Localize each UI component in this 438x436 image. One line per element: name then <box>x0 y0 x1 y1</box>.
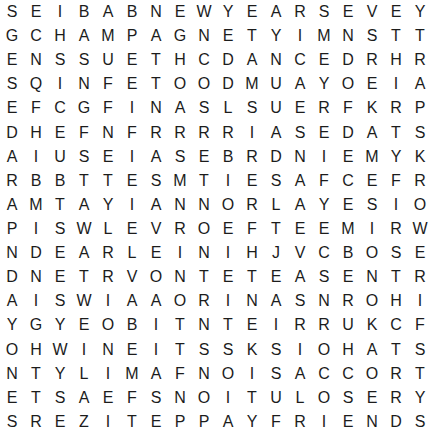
grid-cell: S <box>168 145 192 169</box>
grid-cell: G <box>24 313 48 337</box>
grid-cell: A <box>0 289 24 313</box>
grid-cell: F <box>240 217 264 241</box>
grid-cell: T <box>72 169 96 193</box>
grid-cell: U <box>264 72 288 96</box>
grid-cell: C <box>24 24 48 48</box>
grid-cell: O <box>408 193 432 217</box>
grid-cell: I <box>96 410 120 434</box>
grid-cell: Y <box>384 145 408 169</box>
grid-cell: D <box>264 145 288 169</box>
grid-cell: S <box>48 386 72 410</box>
grid-cell: C <box>336 362 360 386</box>
grid-cell: A <box>168 96 192 120</box>
grid-cell: D <box>384 410 408 434</box>
grid-cell: N <box>168 193 192 217</box>
grid-cell: R <box>288 0 312 24</box>
grid-cell: O <box>360 289 384 313</box>
grid-cell: R <box>168 121 192 145</box>
grid-cell: A <box>0 145 24 169</box>
grid-cell: A <box>288 265 312 289</box>
grid-cell: S <box>312 0 336 24</box>
grid-cell: I <box>96 289 120 313</box>
grid-cell: I <box>384 72 408 96</box>
grid-cell: S <box>360 193 384 217</box>
grid-cell: R <box>216 121 240 145</box>
grid-cell: O <box>144 265 168 289</box>
grid-cell: F <box>120 386 144 410</box>
grid-cell: R <box>144 121 168 145</box>
grid-cell: S <box>144 169 168 193</box>
grid-cell: A <box>240 48 264 72</box>
grid-cell: D <box>216 48 240 72</box>
grid-cell: M <box>312 24 336 48</box>
grid-cell: E <box>120 169 144 193</box>
grid-cell: N <box>24 48 48 72</box>
grid-cell: N <box>312 289 336 313</box>
grid-cell: N <box>192 313 216 337</box>
grid-cell: S <box>72 145 96 169</box>
grid-cell: R <box>24 410 48 434</box>
grid-cell: T <box>408 24 432 48</box>
grid-cell: A <box>288 362 312 386</box>
grid-cell: Q <box>24 72 48 96</box>
grid-cell: H <box>24 121 48 145</box>
grid-cell: R <box>96 241 120 265</box>
grid-cell: A <box>144 145 168 169</box>
grid-cell: S <box>336 386 360 410</box>
grid-cell: E <box>360 72 384 96</box>
grid-cell: E <box>0 96 24 120</box>
grid-cell: A <box>216 410 240 434</box>
grid-cell: A <box>264 121 288 145</box>
grid-cell: S <box>216 338 240 362</box>
grid-cell: E <box>120 72 144 96</box>
grid-cell: U <box>336 313 360 337</box>
grid-cell: W <box>408 217 432 241</box>
grid-cell: D <box>0 121 24 145</box>
grid-cell: O <box>0 338 24 362</box>
grid-cell: T <box>24 362 48 386</box>
grid-cell: E <box>312 121 336 145</box>
grid-cell: S <box>264 169 288 193</box>
grid-cell: I <box>144 338 168 362</box>
grid-cell: Y <box>408 0 432 24</box>
grid-cell: I <box>240 121 264 145</box>
grid-cell: N <box>336 24 360 48</box>
grid-cell: N <box>144 0 168 24</box>
grid-cell: E <box>240 169 264 193</box>
grid-cell: W <box>72 217 96 241</box>
grid-cell: N <box>192 241 216 265</box>
grid-cell: T <box>120 410 144 434</box>
grid-cell: H <box>168 48 192 72</box>
grid-cell: A <box>72 24 96 48</box>
grid-cell: T <box>168 338 192 362</box>
grid-cell: S <box>312 265 336 289</box>
grid-cell: R <box>0 169 24 193</box>
grid-cell: M <box>360 145 384 169</box>
grid-cell: E <box>312 48 336 72</box>
grid-cell: K <box>240 338 264 362</box>
grid-cell: R <box>288 410 312 434</box>
grid-cell: Y <box>312 72 336 96</box>
grid-cell: N <box>0 241 24 265</box>
grid-cell: T <box>384 338 408 362</box>
grid-cell: A <box>0 193 24 217</box>
grid-cell: D <box>216 72 240 96</box>
grid-cell: N <box>240 289 264 313</box>
grid-cell: N <box>96 338 120 362</box>
grid-cell: E <box>336 265 360 289</box>
grid-cell: F <box>96 72 120 96</box>
grid-cell: F <box>72 121 96 145</box>
grid-cell: M <box>168 169 192 193</box>
grid-cell: H <box>384 289 408 313</box>
grid-cell: K <box>360 313 384 337</box>
grid-cell: I <box>216 169 240 193</box>
grid-cell: N <box>288 145 312 169</box>
grid-cell: T <box>192 169 216 193</box>
grid-cell: V <box>120 265 144 289</box>
grid-cell: A <box>360 338 384 362</box>
grid-cell: T <box>96 169 120 193</box>
grid-cell: S <box>408 338 432 362</box>
grid-cell: E <box>264 265 288 289</box>
grid-cell: W <box>72 289 96 313</box>
grid-cell: S <box>192 338 216 362</box>
grid-cell: U <box>96 48 120 72</box>
grid-cell: N <box>96 121 120 145</box>
grid-cell: O <box>216 362 240 386</box>
grid-cell: O <box>192 217 216 241</box>
grid-cell: F <box>336 96 360 120</box>
grid-cell: R <box>408 265 432 289</box>
grid-cell: E <box>336 410 360 434</box>
grid-cell: S <box>240 96 264 120</box>
grid-cell: I <box>264 313 288 337</box>
grid-cell: Y <box>216 0 240 24</box>
grid-cell: F <box>264 410 288 434</box>
grid-cell: E <box>216 217 240 241</box>
grid-cell: N <box>72 72 96 96</box>
grid-cell: P <box>192 410 216 434</box>
grid-cell: K <box>408 145 432 169</box>
grid-cell: S <box>0 72 24 96</box>
grid-cell: O <box>168 72 192 96</box>
grid-cell: A <box>144 24 168 48</box>
grid-cell: A <box>408 72 432 96</box>
grid-cell: A <box>96 0 120 24</box>
grid-cell: A <box>120 289 144 313</box>
grid-cell: I <box>312 410 336 434</box>
grid-cell: N <box>144 96 168 120</box>
grid-cell: O <box>96 313 120 337</box>
grid-cell: L <box>120 241 144 265</box>
grid-cell: F <box>384 169 408 193</box>
grid-cell: I <box>48 72 72 96</box>
grid-cell: B <box>336 241 360 265</box>
grid-cell: E <box>144 410 168 434</box>
grid-cell: N <box>360 410 384 434</box>
grid-cell: I <box>384 193 408 217</box>
grid-cell: E <box>24 0 48 24</box>
grid-cell: A <box>72 193 96 217</box>
grid-cell: E <box>288 96 312 120</box>
grid-cell: R <box>240 145 264 169</box>
grid-cell: R <box>288 313 312 337</box>
grid-cell: E <box>96 386 120 410</box>
grid-cell: I <box>120 193 144 217</box>
grid-cell: R <box>192 121 216 145</box>
grid-cell: S <box>144 386 168 410</box>
grid-cell: F <box>168 362 192 386</box>
grid-cell: D <box>0 265 24 289</box>
grid-cell: T <box>192 265 216 289</box>
grid-cell: N <box>192 362 216 386</box>
grid-cell: H <box>240 241 264 265</box>
grid-cell: A <box>144 193 168 217</box>
grid-cell: L <box>96 217 120 241</box>
grid-cell: A <box>264 0 288 24</box>
grid-cell: R <box>168 217 192 241</box>
grid-cell: G <box>0 24 24 48</box>
grid-cell: E <box>336 193 360 217</box>
grid-cell: Y <box>264 24 288 48</box>
grid-cell: E <box>384 0 408 24</box>
grid-cell: T <box>240 265 264 289</box>
grid-cell: B <box>72 0 96 24</box>
grid-cell: R <box>336 289 360 313</box>
grid-cell: E <box>336 145 360 169</box>
grid-cell: W <box>192 0 216 24</box>
grid-cell: I <box>240 362 264 386</box>
grid-cell: I <box>24 217 48 241</box>
grid-cell: E <box>48 241 72 265</box>
grid-cell: E <box>408 241 432 265</box>
grid-cell: S <box>0 410 24 434</box>
grid-cell: F <box>312 169 336 193</box>
grid-cell: A <box>360 121 384 145</box>
grid-cell: E <box>0 48 24 72</box>
grid-cell: R <box>312 96 336 120</box>
grid-cell: M <box>336 217 360 241</box>
grid-cell: R <box>240 193 264 217</box>
grid-cell: N <box>168 265 192 289</box>
grid-cell: P <box>168 410 192 434</box>
grid-cell: C <box>312 241 336 265</box>
grid-cell: O <box>312 386 336 410</box>
grid-cell: M <box>120 362 144 386</box>
grid-cell: V <box>288 241 312 265</box>
grid-cell: O <box>192 72 216 96</box>
grid-cell: R <box>408 169 432 193</box>
grid-cell: A <box>72 241 96 265</box>
grid-cell: Y <box>0 313 24 337</box>
grid-cell: W <box>48 338 72 362</box>
grid-cell: C <box>48 96 72 120</box>
grid-cell: M <box>240 72 264 96</box>
grid-cell: R <box>312 313 336 337</box>
grid-cell: N <box>192 24 216 48</box>
grid-cell: O <box>360 241 384 265</box>
grid-cell: I <box>312 145 336 169</box>
grid-cell: U <box>264 96 288 120</box>
grid-cell: I <box>48 0 72 24</box>
grid-cell: I <box>360 217 384 241</box>
grid-cell: E <box>120 338 144 362</box>
grid-cell: Y <box>312 193 336 217</box>
grid-cell: S <box>48 217 72 241</box>
grid-cell: T <box>216 313 240 337</box>
grid-cell: I <box>216 386 240 410</box>
grid-cell: I <box>288 24 312 48</box>
grid-cell: F <box>120 121 144 145</box>
grid-cell: Y <box>48 313 72 337</box>
grid-cell: V <box>360 0 384 24</box>
grid-cell: F <box>408 313 432 337</box>
grid-cell: E <box>120 217 144 241</box>
grid-cell: L <box>264 193 288 217</box>
grid-cell: B <box>24 169 48 193</box>
grid-cell: O <box>360 362 384 386</box>
grid-cell: E <box>288 217 312 241</box>
grid-cell: C <box>336 169 360 193</box>
grid-cell: S <box>384 241 408 265</box>
grid-cell: V <box>144 217 168 241</box>
grid-cell: R <box>360 48 384 72</box>
grid-cell: I <box>96 362 120 386</box>
grid-cell: U <box>264 386 288 410</box>
grid-cell: B <box>216 145 240 169</box>
grid-cell: T <box>24 386 48 410</box>
grid-cell: T <box>48 193 72 217</box>
grid-cell: D <box>336 121 360 145</box>
grid-cell: E <box>144 241 168 265</box>
grid-cell: I <box>72 338 96 362</box>
grid-cell: I <box>216 241 240 265</box>
grid-cell: M <box>96 24 120 48</box>
grid-cell: E <box>48 410 72 434</box>
grid-cell: A <box>288 169 312 193</box>
grid-cell: T <box>384 265 408 289</box>
grid-cell: T <box>240 24 264 48</box>
grid-cell: E <box>336 0 360 24</box>
grid-cell: C <box>192 48 216 72</box>
grid-cell: E <box>312 217 336 241</box>
grid-cell: C <box>384 313 408 337</box>
grid-cell: E <box>72 313 96 337</box>
grid-cell: H <box>48 24 72 48</box>
grid-cell: P <box>120 24 144 48</box>
grid-cell: R <box>96 265 120 289</box>
grid-cell: E <box>240 0 264 24</box>
grid-cell: S <box>408 121 432 145</box>
grid-cell: S <box>288 289 312 313</box>
grid-cell: E <box>168 0 192 24</box>
grid-cell: T <box>384 121 408 145</box>
grid-cell: P <box>0 217 24 241</box>
grid-cell: J <box>264 241 288 265</box>
grid-cell: T <box>240 386 264 410</box>
grid-cell: A <box>144 362 168 386</box>
grid-cell: N <box>0 362 24 386</box>
grid-cell: I <box>288 338 312 362</box>
grid-cell: B <box>120 0 144 24</box>
grid-cell: D <box>24 241 48 265</box>
grid-cell: A <box>264 289 288 313</box>
grid-cell: N <box>168 386 192 410</box>
grid-cell: C <box>288 48 312 72</box>
grid-cell: H <box>24 338 48 362</box>
grid-cell: S <box>408 410 432 434</box>
grid-cell: I <box>24 145 48 169</box>
grid-cell: Y <box>48 362 72 386</box>
grid-cell: N <box>264 48 288 72</box>
grid-cell: O <box>168 289 192 313</box>
grid-cell: E <box>48 265 72 289</box>
grid-cell: I <box>144 313 168 337</box>
grid-cell: S <box>264 338 288 362</box>
grid-cell: S <box>288 121 312 145</box>
grid-cell: E <box>192 145 216 169</box>
grid-cell: G <box>168 24 192 48</box>
grid-cell: F <box>24 96 48 120</box>
grid-cell: M <box>24 193 48 217</box>
grid-cell: E <box>120 48 144 72</box>
grid-cell: E <box>216 24 240 48</box>
grid-cell: N <box>192 193 216 217</box>
grid-cell: T <box>264 217 288 241</box>
grid-cell: L <box>216 96 240 120</box>
grid-cell: L <box>72 362 96 386</box>
grid-cell: O <box>216 193 240 217</box>
grid-cell: F <box>96 96 120 120</box>
grid-cell: T <box>408 362 432 386</box>
grid-cell: E <box>360 386 384 410</box>
grid-cell: N <box>360 265 384 289</box>
grid-cell: D <box>336 48 360 72</box>
grid-cell: A <box>288 72 312 96</box>
grid-cell: B <box>120 313 144 337</box>
grid-cell: E <box>48 121 72 145</box>
grid-cell: T <box>144 72 168 96</box>
grid-cell: S <box>192 96 216 120</box>
grid-cell: S <box>0 0 24 24</box>
grid-cell: A <box>144 289 168 313</box>
grid-cell: E <box>240 313 264 337</box>
grid-cell: R <box>384 362 408 386</box>
grid-cell: R <box>384 96 408 120</box>
grid-cell: E <box>360 169 384 193</box>
grid-cell: I <box>408 289 432 313</box>
grid-cell: I <box>120 96 144 120</box>
grid-cell: E <box>0 386 24 410</box>
grid-cell: N <box>24 265 48 289</box>
grid-cell: R <box>192 289 216 313</box>
grid-cell: O <box>192 386 216 410</box>
grid-cell: T <box>144 48 168 72</box>
grid-cell: H <box>336 338 360 362</box>
grid-cell: R <box>408 48 432 72</box>
grid-cell: A <box>288 193 312 217</box>
grid-cell: R <box>384 217 408 241</box>
grid-cell: S <box>48 48 72 72</box>
grid-cell: S <box>48 289 72 313</box>
grid-cell: S <box>360 24 384 48</box>
grid-cell: I <box>168 241 192 265</box>
grid-cell: T <box>384 24 408 48</box>
grid-cell: C <box>312 362 336 386</box>
